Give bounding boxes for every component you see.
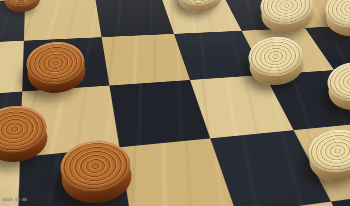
cream-checker-f6[interactable]: ⛀ [259, 0, 315, 35]
checker-glyph: ⛀ [259, 0, 315, 35]
cream-checker-g4[interactable]: ⛀ [326, 59, 350, 112]
checker-glyph: ⛂ [2, 0, 41, 13]
checker-glyph: ⛂ [24, 39, 87, 96]
cream-checker-e6[interactable]: ⛀ [176, 0, 224, 14]
pieces-layer: ⛂⛀⛀⛀⛀⛀⛂⛂⛀⛂ [0, 0, 350, 206]
checker-glyph: ⛀ [306, 127, 350, 184]
watermark-block [22, 198, 27, 201]
cream-checker-f3[interactable]: ⛀ [306, 127, 350, 184]
brown-checker-b7[interactable]: ⛂ [2, 0, 41, 13]
brown-checker-c3[interactable]: ⛂ [58, 138, 134, 206]
watermark-block [15, 198, 20, 201]
cream-checker-f5[interactable]: ⛀ [247, 34, 306, 87]
watermark-block [2, 198, 13, 201]
cream-checker-g5[interactable]: ⛀ [324, 0, 350, 38]
brown-checker-b4[interactable]: ⛂ [0, 103, 50, 166]
watermark [2, 198, 27, 201]
checker-glyph: ⛀ [176, 0, 224, 14]
checker-glyph: ⛀ [247, 34, 306, 87]
checker-glyph: ⛂ [0, 103, 50, 166]
checker-glyph: ⛀ [324, 0, 350, 38]
checker-glyph: ⛂ [58, 138, 134, 206]
checker-glyph: ⛀ [326, 59, 350, 112]
brown-checker-c5[interactable]: ⛂ [24, 39, 87, 96]
checkers-photo-frame: ⛂⛀⛀⛀⛀⛀⛂⛂⛀⛂ [0, 0, 350, 206]
